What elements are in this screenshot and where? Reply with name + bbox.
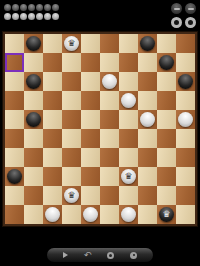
cell-r3c8[interactable] — [157, 91, 176, 110]
cell-r1c6[interactable] — [119, 53, 138, 72]
cell-r7c2[interactable] — [43, 167, 62, 186]
cell-r1c0[interactable] — [5, 53, 24, 72]
captured-pieces-tray — [4, 4, 60, 22]
white-king[interactable]: ♛ — [64, 36, 79, 51]
cell-r2c3[interactable] — [62, 72, 81, 91]
captured-black-piece — [28, 4, 35, 11]
cell-r9c9 — [176, 205, 195, 224]
white-man[interactable] — [83, 207, 98, 222]
cell-r4c4 — [81, 110, 100, 129]
cell-r5c7 — [138, 129, 157, 148]
cell-r7c0[interactable] — [5, 167, 24, 186]
cell-r3c7 — [138, 91, 157, 110]
cell-r8c5[interactable] — [100, 186, 119, 205]
cell-r0c1[interactable] — [24, 34, 43, 53]
crown-icon: ♛ — [162, 210, 170, 219]
captured-black-piece — [52, 4, 59, 11]
cell-r7c8[interactable] — [157, 167, 176, 186]
white-man[interactable] — [140, 112, 155, 127]
checkers-app-screen: { "game": "international-draughts", "boa… — [0, 0, 200, 266]
cell-r4c2 — [43, 110, 62, 129]
captured-white-piece — [28, 13, 35, 20]
cell-r3c2[interactable] — [43, 91, 62, 110]
cell-r2c5[interactable] — [100, 72, 119, 91]
cell-r8c3[interactable]: ♛ — [62, 186, 81, 205]
cell-r6c2 — [43, 148, 62, 167]
cell-r7c6[interactable]: ♛ — [119, 167, 138, 186]
cell-r4c6 — [119, 110, 138, 129]
cell-r5c0[interactable] — [5, 129, 24, 148]
captured-white-piece — [20, 13, 27, 20]
black-man[interactable] — [26, 74, 41, 89]
cell-r1c8[interactable] — [157, 53, 176, 72]
cell-r7c3 — [62, 167, 81, 186]
cell-r9c7 — [138, 205, 157, 224]
cell-r4c0 — [5, 110, 24, 129]
cell-r8c7[interactable] — [138, 186, 157, 205]
cell-r9c0[interactable] — [5, 205, 24, 224]
cell-r0c4 — [81, 34, 100, 53]
cell-r5c9 — [176, 129, 195, 148]
cell-r6c3[interactable] — [62, 148, 81, 167]
cell-r9c1 — [24, 205, 43, 224]
crown-icon: ♛ — [124, 172, 132, 181]
captured-black-piece — [12, 4, 19, 11]
cell-r9c8[interactable]: ♛ — [157, 205, 176, 224]
cell-r1c7 — [138, 53, 157, 72]
board: ♛♛♛♛ — [3, 32, 197, 226]
cell-r9c5 — [100, 205, 119, 224]
cell-r5c4[interactable] — [81, 129, 100, 148]
white-man[interactable] — [178, 112, 193, 127]
cell-r8c2 — [43, 186, 62, 205]
cell-r7c4[interactable] — [81, 167, 100, 186]
cell-r2c8 — [157, 72, 176, 91]
cell-r5c3 — [62, 129, 81, 148]
cell-r0c3[interactable]: ♛ — [62, 34, 81, 53]
cell-r6c8 — [157, 148, 176, 167]
cell-r7c9 — [176, 167, 195, 186]
cell-r5c6[interactable] — [119, 129, 138, 148]
cell-r8c8 — [157, 186, 176, 205]
captured-white-piece — [4, 13, 11, 20]
undo-icon[interactable]: ↶ — [84, 251, 92, 260]
cell-r3c0[interactable] — [5, 91, 24, 110]
cell-r2c2 — [43, 72, 62, 91]
info-icon[interactable] — [130, 252, 137, 259]
cell-r2c0 — [5, 72, 24, 91]
cell-r8c4 — [81, 186, 100, 205]
cell-r6c9[interactable] — [176, 148, 195, 167]
white-man[interactable] — [121, 207, 136, 222]
cell-r6c0 — [5, 148, 24, 167]
cell-r3c9 — [176, 91, 195, 110]
cell-r4c3[interactable] — [62, 110, 81, 129]
cell-r8c1[interactable] — [24, 186, 43, 205]
black-man[interactable] — [7, 169, 22, 184]
cell-r3c3 — [62, 91, 81, 110]
cell-r6c4 — [81, 148, 100, 167]
captured-black-piece — [44, 4, 51, 11]
cell-r0c6 — [119, 34, 138, 53]
cell-r9c3 — [62, 205, 81, 224]
cell-r0c7[interactable] — [138, 34, 157, 53]
cell-r2c4 — [81, 72, 100, 91]
white-man[interactable] — [121, 93, 136, 108]
cell-r7c7 — [138, 167, 157, 186]
cell-r6c6 — [119, 148, 138, 167]
cell-r4c9[interactable] — [176, 110, 195, 129]
cell-r9c2[interactable] — [43, 205, 62, 224]
cell-r3c5 — [100, 91, 119, 110]
settings-icon[interactable] — [107, 252, 114, 259]
cell-r0c8 — [157, 34, 176, 53]
cell-r4c7[interactable] — [138, 110, 157, 129]
dark-disc-icon — [185, 3, 196, 14]
cell-r4c1[interactable] — [24, 110, 43, 129]
cell-r3c6[interactable] — [119, 91, 138, 110]
cell-r1c5 — [100, 53, 119, 72]
black-man[interactable] — [26, 36, 41, 51]
cell-r1c3 — [62, 53, 81, 72]
cell-r5c8[interactable] — [157, 129, 176, 148]
cell-r0c9[interactable] — [176, 34, 195, 53]
white-king[interactable]: ♛ — [121, 169, 136, 184]
cell-r9c6[interactable] — [119, 205, 138, 224]
cell-r5c2[interactable] — [43, 129, 62, 148]
captured-white-piece — [44, 13, 51, 20]
cell-r9c4[interactable] — [81, 205, 100, 224]
dark-disc-icon — [171, 3, 182, 14]
captured-black-piece — [36, 4, 43, 11]
cell-r2c9[interactable] — [176, 72, 195, 91]
captured-white-piece — [12, 13, 19, 20]
play-icon[interactable] — [63, 252, 68, 258]
captured-black-piece — [20, 4, 27, 11]
cell-r8c6 — [119, 186, 138, 205]
black-man[interactable] — [159, 55, 174, 70]
cell-r5c1 — [24, 129, 43, 148]
ring-disc-icon — [185, 17, 196, 28]
cell-r6c1[interactable] — [24, 148, 43, 167]
cell-r2c7[interactable] — [138, 72, 157, 91]
crown-icon: ♛ — [67, 39, 75, 48]
captured-white-piece — [52, 13, 59, 20]
cell-r5c5 — [100, 129, 119, 148]
bottom-toolbar: ↶ — [47, 248, 153, 262]
white-man[interactable] — [102, 74, 117, 89]
cell-r7c1 — [24, 167, 43, 186]
cell-r2c1[interactable] — [24, 72, 43, 91]
black-man[interactable] — [178, 74, 193, 89]
cell-r6c7[interactable] — [138, 148, 157, 167]
cell-r0c0 — [5, 34, 24, 53]
cell-r2c6 — [119, 72, 138, 91]
cell-r1c9 — [176, 53, 195, 72]
cell-r1c2[interactable] — [43, 53, 62, 72]
crown-icon: ♛ — [67, 191, 75, 200]
cell-r3c4[interactable] — [81, 91, 100, 110]
black-man[interactable] — [26, 112, 41, 127]
black-king[interactable]: ♛ — [159, 207, 174, 222]
cell-r8c0 — [5, 186, 24, 205]
cell-r8c9[interactable] — [176, 186, 195, 205]
cell-r4c8 — [157, 110, 176, 129]
cell-r1c1 — [24, 53, 43, 72]
cell-r0c5[interactable] — [100, 34, 119, 53]
cell-r7c5 — [100, 167, 119, 186]
white-king[interactable]: ♛ — [64, 188, 79, 203]
cell-r6c5[interactable] — [100, 148, 119, 167]
captured-white-piece — [36, 13, 43, 20]
ring-disc-icon — [171, 17, 182, 28]
black-man[interactable] — [140, 36, 155, 51]
cell-r4c5[interactable] — [100, 110, 119, 129]
white-man[interactable] — [45, 207, 60, 222]
kings-tray — [171, 3, 197, 29]
cell-r1c4[interactable] — [81, 53, 100, 72]
cell-r0c2 — [43, 34, 62, 53]
captured-black-piece — [4, 4, 11, 11]
cell-r3c1 — [24, 91, 43, 110]
